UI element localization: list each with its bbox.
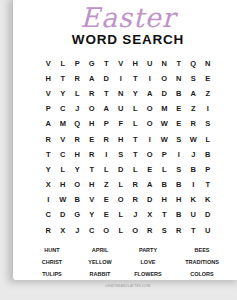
- grid-cell-r8c10: S: [172, 162, 187, 177]
- grid-cell-r1c8: U: [143, 56, 158, 71]
- grid-cell-r6c7: T: [128, 131, 143, 146]
- grid-cell-r11c6: L: [114, 207, 129, 222]
- grid-cell-r11c3: G: [70, 207, 85, 222]
- grid-cell-r12c3: J: [70, 223, 85, 238]
- grid-cell-r1c12: N: [201, 56, 216, 71]
- grid-cell-r5c5: P: [99, 116, 114, 131]
- grid-cell-r9c11: I: [186, 177, 201, 192]
- puzzle-page: Easter WORD SEARCH VLPGTVHUNTQNHTRADITIO…: [13, 0, 237, 280]
- word-item: FLOWERS: [134, 268, 162, 280]
- grid-cell-r7c7: T: [128, 147, 143, 162]
- grid-cell-r9c10: B: [172, 177, 187, 192]
- grid-cell-r2c7: T: [128, 71, 143, 86]
- grid-cell-r1c6: V: [114, 56, 129, 71]
- grid-cell-r11c11: U: [186, 207, 201, 222]
- grid-cell-r10c8: D: [143, 192, 158, 207]
- grid-cell-r4c5: A: [99, 101, 114, 116]
- grid-cell-r11c8: X: [143, 207, 158, 222]
- grid-cell-r2c11: S: [186, 71, 201, 86]
- grid-cell-r3c4: R: [85, 86, 100, 101]
- word-item: YELLOW: [88, 256, 112, 268]
- grid-cell-r1c5: T: [99, 56, 114, 71]
- grid-cell-r10c11: K: [186, 192, 201, 207]
- grid-cell-r6c4: E: [85, 131, 100, 146]
- grid-cell-r3c8: A: [143, 86, 158, 101]
- grid-cell-r9c7: R: [128, 177, 143, 192]
- grid-cell-r7c10: I: [172, 147, 187, 162]
- grid-cell-r6c6: H: [114, 131, 129, 146]
- grid-cell-r2c3: R: [70, 71, 85, 86]
- grid-cell-r6c1: R: [41, 131, 56, 146]
- grid-cell-r5c9: W: [157, 116, 172, 131]
- grid-cell-r8c5: L: [99, 162, 114, 177]
- grid-cell-r9c8: A: [143, 177, 158, 192]
- grid-cell-r10c5: E: [99, 192, 114, 207]
- grid-cell-r7c11: J: [186, 147, 201, 162]
- grid-cell-r2c12: E: [201, 71, 216, 86]
- word-item: RABBIT: [90, 268, 111, 280]
- grid-cell-r3c6: N: [114, 86, 129, 101]
- grid-cell-r5c4: H: [85, 116, 100, 131]
- word-list-column-4: BEESTRADITIONSCOLORS: [174, 244, 230, 280]
- grid-cell-r2c1: H: [41, 71, 56, 86]
- grid-cell-r6c9: W: [157, 131, 172, 146]
- grid-cell-r7c1: T: [41, 147, 56, 162]
- grid-cell-r7c8: O: [143, 147, 158, 162]
- grid-cell-r7c6: S: [114, 147, 129, 162]
- grid-cell-r6c5: R: [99, 131, 114, 146]
- grid-cell-r4c4: O: [85, 101, 100, 116]
- grid-cell-r12c1: R: [41, 223, 56, 238]
- grid-cell-r12c5: O: [99, 223, 114, 238]
- word-item: CHRIST: [42, 256, 62, 268]
- grid-cell-r5c6: F: [114, 116, 129, 131]
- grid-cell-r4c6: U: [114, 101, 129, 116]
- grid-cell-r5c8: O: [143, 116, 158, 131]
- grid-cell-r1c9: N: [157, 56, 172, 71]
- grid-cell-r2c6: I: [114, 71, 129, 86]
- word-list-column-2: APRILYELLOWRABBIT: [78, 244, 122, 280]
- grid-cell-r8c7: L: [128, 162, 143, 177]
- grid-cell-r2c10: N: [172, 71, 187, 86]
- grid-cell-r11c7: J: [128, 207, 143, 222]
- grid-cell-r4c1: P: [41, 101, 56, 116]
- grid-cell-r4c12: I: [201, 101, 216, 116]
- grid-cell-r12c8: R: [143, 223, 158, 238]
- grid-cell-r5c1: A: [41, 116, 56, 131]
- grid-cell-r4c10: E: [172, 101, 187, 116]
- grid-cell-r7c4: R: [85, 147, 100, 162]
- grid-cell-r1c2: L: [56, 56, 71, 71]
- grid-cell-r12c11: T: [186, 223, 201, 238]
- grid-cell-r5c12: S: [201, 116, 216, 131]
- grid-cell-r6c2: V: [56, 131, 71, 146]
- word-item: BEES: [195, 244, 210, 256]
- word-item: HUNT: [44, 244, 59, 256]
- grid-cell-r10c4: V: [85, 192, 100, 207]
- grid-cell-r8c1: Y: [41, 162, 56, 177]
- grid-cell-r12c4: C: [85, 223, 100, 238]
- word-list: HUNTCHRISTTULIPSAPRILYELLOWRABBITPARTYLO…: [13, 244, 237, 280]
- grid-cell-r11c4: Y: [85, 207, 100, 222]
- grid-cell-r9c9: B: [157, 177, 172, 192]
- grid-cell-r10c9: H: [157, 192, 172, 207]
- website-credit: LEMONSANDLATTES.COM: [65, 284, 192, 287]
- word-item: COLORS: [190, 268, 214, 280]
- grid-cell-r2c4: A: [85, 71, 100, 86]
- grid-cell-r3c9: D: [157, 86, 172, 101]
- word-item: APRIL: [92, 244, 109, 256]
- grid-cell-r8c8: E: [143, 162, 158, 177]
- grid-cell-r7c3: H: [70, 147, 85, 162]
- grid-cell-r2c2: T: [56, 71, 71, 86]
- grid-cell-r12c6: L: [114, 223, 129, 238]
- grid-cell-r8c12: P: [201, 162, 216, 177]
- grid-cell-r9c6: L: [114, 177, 129, 192]
- grid-cell-r12c10: R: [172, 223, 187, 238]
- word-item: PARTY: [139, 244, 157, 256]
- grid-cell-r10c2: W: [56, 192, 71, 207]
- grid-cell-r5c3: Q: [70, 116, 85, 131]
- worksheet-preview: Easter WORD SEARCH VLPGTVHUNTQNHTRADITIO…: [0, 0, 237, 300]
- grid-cell-r10c6: O: [114, 192, 129, 207]
- word-list-column-1: HUNTCHRISTTULIPS: [26, 244, 78, 280]
- grid-cell-r3c1: V: [41, 86, 56, 101]
- grid-cell-r11c12: D: [201, 207, 216, 222]
- easter-script-title: Easter: [13, 4, 237, 31]
- grid-cell-r7c5: I: [99, 147, 114, 162]
- grid-cell-r3c11: A: [186, 86, 201, 101]
- grid-cell-r6c12: L: [201, 131, 216, 146]
- grid-cell-r1c7: H: [128, 56, 143, 71]
- grid-cell-r3c2: Y: [56, 86, 71, 101]
- grid-cell-r5c10: E: [172, 116, 187, 131]
- grid-cell-r3c7: Y: [128, 86, 143, 101]
- grid-cell-r3c5: T: [99, 86, 114, 101]
- grid-cell-r1c4: G: [85, 56, 100, 71]
- word-item: TULIPS: [42, 268, 62, 280]
- grid-cell-r3c3: L: [70, 86, 85, 101]
- grid-cell-r8c6: D: [114, 162, 129, 177]
- grid-cell-r8c2: L: [56, 162, 71, 177]
- grid-cell-r12c12: U: [201, 223, 216, 238]
- grid-cell-r1c3: P: [70, 56, 85, 71]
- grid-cell-r5c11: R: [186, 116, 201, 131]
- grid-cell-r1c1: V: [41, 56, 56, 71]
- grid-cell-r8c3: Y: [70, 162, 85, 177]
- grid-cell-r6c11: W: [186, 131, 201, 146]
- grid-cell-r2c9: O: [157, 71, 172, 86]
- grid-cell-r3c12: Z: [201, 86, 216, 101]
- grid-cell-r8c4: T: [85, 162, 100, 177]
- grid-cell-r7c9: P: [157, 147, 172, 162]
- word-item: LOVE: [141, 256, 156, 268]
- grid-cell-r9c3: O: [70, 177, 85, 192]
- grid-cell-r10c10: H: [172, 192, 187, 207]
- grid-cell-r6c8: I: [143, 131, 158, 146]
- grid-cell-r10c1: I: [41, 192, 56, 207]
- grid-cell-r9c5: Z: [99, 177, 114, 192]
- grid-cell-r7c2: C: [56, 147, 71, 162]
- grid-cell-r6c10: S: [172, 131, 187, 146]
- grid-cell-r4c3: J: [70, 101, 85, 116]
- grid-cell-r4c8: O: [143, 101, 158, 116]
- grid-cell-r4c2: C: [56, 101, 71, 116]
- grid-cell-r9c4: H: [85, 177, 100, 192]
- grid-cell-r8c9: L: [157, 162, 172, 177]
- grid-cell-r5c7: L: [128, 116, 143, 131]
- grid-cell-r4c7: L: [128, 101, 143, 116]
- grid-cell-r5c2: M: [56, 116, 71, 131]
- grid-cell-r1c11: Q: [186, 56, 201, 71]
- grid-cell-r1c10: T: [172, 56, 187, 71]
- grid-cell-r11c5: E: [99, 207, 114, 222]
- grid-cell-r7c12: B: [201, 147, 216, 162]
- grid-cell-r9c12: T: [201, 177, 216, 192]
- grid-cell-r4c11: Z: [186, 101, 201, 116]
- grid-cell-r12c9: S: [157, 223, 172, 238]
- grid-cell-r3c10: B: [172, 86, 187, 101]
- grid-cell-r10c3: B: [70, 192, 85, 207]
- page-header: Easter WORD SEARCH: [13, 4, 237, 47]
- grid-cell-r11c10: B: [172, 207, 187, 222]
- word-search-grid: VLPGTVHUNTQNHTRADITIONSEVYLRTNYADBAZPCJO…: [13, 56, 237, 238]
- grid-cell-r12c2: X: [56, 223, 71, 238]
- grid-cell-r11c1: C: [41, 207, 56, 222]
- word-item: TRADITIONS: [185, 256, 219, 268]
- grid-cell-r10c12: K: [201, 192, 216, 207]
- word-list-column-3: PARTYLOVEFLOWERS: [122, 244, 174, 280]
- grid-cell-r2c5: D: [99, 71, 114, 86]
- grid-cell-r10c7: R: [128, 192, 143, 207]
- grid-cell-r4c9: M: [157, 101, 172, 116]
- grid-cell-r6c3: R: [70, 131, 85, 146]
- grid-cell-r8c11: B: [186, 162, 201, 177]
- grid-cell-r9c2: H: [56, 177, 71, 192]
- word-search-heading: WORD SEARCH: [13, 33, 237, 47]
- grid-cell-r2c8: I: [143, 71, 158, 86]
- grid-cell-r12c7: O: [128, 223, 143, 238]
- grid-cell-r9c1: X: [41, 177, 56, 192]
- grid-cell-r11c2: D: [56, 207, 71, 222]
- grid-cell-r11c9: T: [157, 207, 172, 222]
